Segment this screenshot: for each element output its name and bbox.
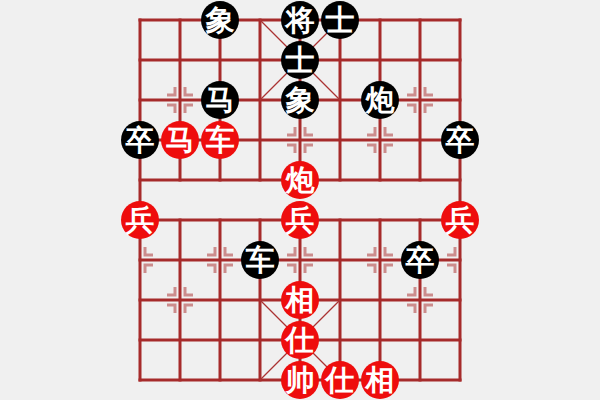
red-pawn[interactable]: 兵 — [121, 201, 159, 239]
red-advisor[interactable]: 仕 — [281, 321, 319, 359]
red-horse[interactable]: 马 — [161, 121, 199, 159]
black-elephant[interactable]: 象 — [281, 81, 319, 119]
black-elephant[interactable]: 象 — [201, 1, 239, 39]
red-general[interactable]: 帅 — [281, 361, 319, 399]
red-elephant[interactable]: 相 — [361, 361, 399, 399]
black-advisor[interactable]: 士 — [321, 1, 359, 39]
black-pawn[interactable]: 卒 — [441, 121, 479, 159]
red-elephant[interactable]: 相 — [281, 281, 319, 319]
red-chariot[interactable]: 车 — [201, 121, 239, 159]
red-pawn[interactable]: 兵 — [281, 201, 319, 239]
black-cannon[interactable]: 炮 — [361, 81, 399, 119]
red-cannon[interactable]: 炮 — [281, 161, 319, 199]
xiangqi-board-screenshot: 象将士士马象炮卒马车卒炮兵兵兵车卒相仕帅仕相 — [0, 0, 600, 400]
black-chariot[interactable]: 车 — [241, 241, 279, 279]
red-advisor[interactable]: 仕 — [321, 361, 359, 399]
black-pawn[interactable]: 卒 — [401, 241, 439, 279]
black-general[interactable]: 将 — [281, 1, 319, 39]
black-advisor[interactable]: 士 — [281, 41, 319, 79]
black-pawn[interactable]: 卒 — [121, 121, 159, 159]
red-pawn[interactable]: 兵 — [441, 201, 479, 239]
black-horse[interactable]: 马 — [201, 81, 239, 119]
